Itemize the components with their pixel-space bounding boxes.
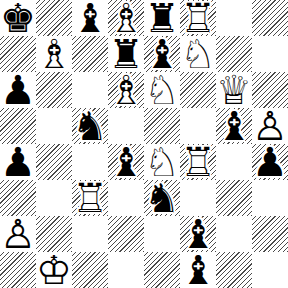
piece-halo: ♝ [216,108,252,144]
black-pawn-icon: ♟ [0,144,36,180]
square-b2[interactable] [36,216,72,252]
square-e3[interactable]: ♞♞ [144,180,180,216]
piece-halo: ♝ [72,0,108,36]
square-e1[interactable] [144,252,180,288]
square-a5[interactable] [0,108,36,144]
white-knight-icon: ♘ [144,72,180,108]
black-bishop-icon: ♝ [72,0,108,36]
square-h7[interactable] [252,36,288,72]
square-g4[interactable] [216,144,252,180]
square-b1[interactable]: ♚♔ [36,252,72,288]
piece-halo: ♞ [72,108,108,144]
chess-board: ♚♚♝♝♝♗♜♜♜♖♝♗♜♜♝♝♞♘♟♟♝♗♞♘♛♕♞♞♝♝♟♙♟♟♝♝♞♘♜♖… [0,0,288,288]
square-g3[interactable] [216,180,252,216]
piece-halo: ♛ [216,72,252,108]
square-f2[interactable]: ♝♝ [180,216,216,252]
square-d7[interactable]: ♜♜ [108,36,144,72]
square-b4[interactable] [36,144,72,180]
white-pawn-icon: ♙ [0,216,36,252]
square-g2[interactable] [216,216,252,252]
piece-halo: ♝ [180,216,216,252]
black-bishop-icon: ♝ [144,36,180,72]
square-c2[interactable] [72,216,108,252]
square-a6[interactable]: ♟♟ [0,72,36,108]
square-h2[interactable] [252,216,288,252]
square-f1[interactable]: ♝♝ [180,252,216,288]
square-e5[interactable] [144,108,180,144]
black-knight-icon: ♞ [72,108,108,144]
piece-halo: ♜ [72,180,108,216]
square-a2[interactable]: ♟♙ [0,216,36,252]
square-f6[interactable] [180,72,216,108]
piece-halo: ♝ [144,36,180,72]
piece-halo: ♞ [144,72,180,108]
square-g8[interactable] [216,0,252,36]
square-b3[interactable] [36,180,72,216]
square-f3[interactable] [180,180,216,216]
square-b8[interactable] [36,0,72,36]
piece-halo: ♟ [0,144,36,180]
square-c5[interactable]: ♞♞ [72,108,108,144]
piece-halo: ♞ [144,180,180,216]
square-h4[interactable]: ♟♟ [252,144,288,180]
square-h1[interactable] [252,252,288,288]
square-d8[interactable]: ♝♗ [108,0,144,36]
black-pawn-icon: ♟ [252,144,288,180]
square-c6[interactable] [72,72,108,108]
square-g7[interactable] [216,36,252,72]
white-bishop-icon: ♗ [108,0,144,36]
black-knight-icon: ♞ [144,180,180,216]
piece-halo: ♚ [36,252,72,288]
square-a1[interactable] [0,252,36,288]
white-rook-icon: ♖ [72,180,108,216]
piece-halo: ♜ [108,36,144,72]
square-e8[interactable]: ♜♜ [144,0,180,36]
square-g5[interactable]: ♝♝ [216,108,252,144]
square-d2[interactable] [108,216,144,252]
square-b5[interactable] [36,108,72,144]
white-rook-icon: ♖ [180,0,216,36]
black-bishop-icon: ♝ [180,252,216,288]
square-h5[interactable]: ♟♙ [252,108,288,144]
square-d5[interactable] [108,108,144,144]
piece-halo: ♝ [108,0,144,36]
black-pawn-icon: ♟ [0,72,36,108]
square-b7[interactable]: ♝♗ [36,36,72,72]
square-d3[interactable] [108,180,144,216]
black-rook-icon: ♜ [108,36,144,72]
white-rook-icon: ♖ [180,144,216,180]
square-h8[interactable] [252,0,288,36]
piece-halo: ♜ [144,0,180,36]
square-b6[interactable] [36,72,72,108]
square-d1[interactable] [108,252,144,288]
square-a3[interactable] [0,180,36,216]
square-g1[interactable] [216,252,252,288]
white-bishop-icon: ♗ [108,72,144,108]
square-e7[interactable]: ♝♝ [144,36,180,72]
square-f8[interactable]: ♜♖ [180,0,216,36]
black-bishop-icon: ♝ [216,108,252,144]
square-h3[interactable] [252,180,288,216]
square-h6[interactable] [252,72,288,108]
black-bishop-icon: ♝ [180,216,216,252]
white-king-icon: ♔ [36,252,72,288]
square-a4[interactable]: ♟♟ [0,144,36,180]
white-knight-icon: ♘ [144,144,180,180]
piece-halo: ♚ [0,0,36,36]
square-c4[interactable] [72,144,108,180]
piece-halo: ♜ [180,0,216,36]
square-a7[interactable] [0,36,36,72]
square-d4[interactable]: ♝♝ [108,144,144,180]
square-d6[interactable]: ♝♗ [108,72,144,108]
white-bishop-icon: ♗ [36,36,72,72]
piece-halo: ♟ [252,144,288,180]
piece-halo: ♝ [108,72,144,108]
square-e2[interactable] [144,216,180,252]
square-a8[interactable]: ♚♚ [0,0,36,36]
black-bishop-icon: ♝ [108,144,144,180]
piece-halo: ♝ [36,36,72,72]
white-knight-icon: ♘ [180,36,216,72]
piece-halo: ♝ [108,144,144,180]
white-queen-icon: ♕ [216,72,252,108]
piece-halo: ♝ [180,252,216,288]
piece-halo: ♜ [180,144,216,180]
square-g6[interactable]: ♛♕ [216,72,252,108]
black-rook-icon: ♜ [144,0,180,36]
piece-halo: ♞ [144,144,180,180]
square-c8[interactable]: ♝♝ [72,0,108,36]
square-f4[interactable]: ♜♖ [180,144,216,180]
square-c7[interactable] [72,36,108,72]
square-f7[interactable]: ♞♘ [180,36,216,72]
square-e4[interactable]: ♞♘ [144,144,180,180]
square-f5[interactable] [180,108,216,144]
square-e6[interactable]: ♞♘ [144,72,180,108]
piece-halo: ♟ [0,216,36,252]
black-king-icon: ♚ [0,0,36,36]
square-c1[interactable] [72,252,108,288]
piece-halo: ♟ [0,72,36,108]
square-c3[interactable]: ♜♖ [72,180,108,216]
white-pawn-icon: ♙ [252,108,288,144]
piece-halo: ♟ [252,108,288,144]
piece-halo: ♞ [180,36,216,72]
